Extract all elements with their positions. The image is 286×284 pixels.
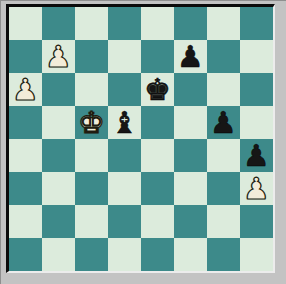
square-a1[interactable] — [9, 238, 42, 271]
square-b2[interactable] — [42, 205, 75, 238]
square-c8[interactable] — [75, 7, 108, 40]
chess-board: ♟♟♟♚♚♝♟♟♟ — [9, 7, 273, 271]
square-e7[interactable] — [141, 40, 174, 73]
square-g3[interactable] — [207, 172, 240, 205]
square-d2[interactable] — [108, 205, 141, 238]
square-g2[interactable] — [207, 205, 240, 238]
square-c1[interactable] — [75, 238, 108, 271]
square-c5[interactable]: ♚ — [75, 106, 108, 139]
square-g8[interactable] — [207, 7, 240, 40]
square-d5[interactable]: ♝ — [108, 106, 141, 139]
square-b3[interactable] — [42, 172, 75, 205]
square-f5[interactable] — [174, 106, 207, 139]
square-e2[interactable] — [141, 205, 174, 238]
square-c2[interactable] — [75, 205, 108, 238]
square-e1[interactable] — [141, 238, 174, 271]
white-pawn[interactable]: ♟ — [42, 40, 75, 73]
square-b1[interactable] — [42, 238, 75, 271]
square-a5[interactable] — [9, 106, 42, 139]
square-b5[interactable] — [42, 106, 75, 139]
square-h3[interactable]: ♟ — [240, 172, 273, 205]
square-a4[interactable] — [9, 139, 42, 172]
square-e6[interactable]: ♚ — [141, 73, 174, 106]
square-a2[interactable] — [9, 205, 42, 238]
white-pawn[interactable]: ♟ — [9, 73, 42, 106]
square-a7[interactable] — [9, 40, 42, 73]
square-h6[interactable] — [240, 73, 273, 106]
square-f3[interactable] — [174, 172, 207, 205]
square-d7[interactable] — [108, 40, 141, 73]
square-f6[interactable] — [174, 73, 207, 106]
black-pawn[interactable]: ♟ — [174, 40, 207, 73]
square-b6[interactable] — [42, 73, 75, 106]
square-d1[interactable] — [108, 238, 141, 271]
square-a8[interactable] — [9, 7, 42, 40]
square-g4[interactable] — [207, 139, 240, 172]
square-g7[interactable] — [207, 40, 240, 73]
square-g5[interactable]: ♟ — [207, 106, 240, 139]
black-pawn[interactable]: ♟ — [207, 106, 240, 139]
square-b8[interactable] — [42, 7, 75, 40]
square-h5[interactable] — [240, 106, 273, 139]
square-c6[interactable] — [75, 73, 108, 106]
square-b7[interactable]: ♟ — [42, 40, 75, 73]
black-pawn[interactable]: ♟ — [240, 139, 273, 172]
square-c4[interactable] — [75, 139, 108, 172]
square-f1[interactable] — [174, 238, 207, 271]
square-e8[interactable] — [141, 7, 174, 40]
square-g6[interactable] — [207, 73, 240, 106]
square-h7[interactable] — [240, 40, 273, 73]
white-pawn[interactable]: ♟ — [240, 172, 273, 205]
black-king[interactable]: ♚ — [141, 73, 174, 106]
black-bishop[interactable]: ♝ — [108, 106, 141, 139]
square-h4[interactable]: ♟ — [240, 139, 273, 172]
square-e5[interactable] — [141, 106, 174, 139]
square-h2[interactable] — [240, 205, 273, 238]
square-f4[interactable] — [174, 139, 207, 172]
square-f7[interactable]: ♟ — [174, 40, 207, 73]
square-d4[interactable] — [108, 139, 141, 172]
square-e4[interactable] — [141, 139, 174, 172]
chess-diagram-window: { "game": "chess", "position": { "fen": … — [0, 0, 286, 284]
square-a3[interactable] — [9, 172, 42, 205]
square-f8[interactable] — [174, 7, 207, 40]
square-a6[interactable]: ♟ — [9, 73, 42, 106]
square-c7[interactable] — [75, 40, 108, 73]
square-f2[interactable] — [174, 205, 207, 238]
square-g1[interactable] — [207, 238, 240, 271]
square-d8[interactable] — [108, 7, 141, 40]
white-king[interactable]: ♚ — [75, 106, 108, 139]
square-b4[interactable] — [42, 139, 75, 172]
square-e3[interactable] — [141, 172, 174, 205]
square-h8[interactable] — [240, 7, 273, 40]
square-d3[interactable] — [108, 172, 141, 205]
square-d6[interactable] — [108, 73, 141, 106]
square-h1[interactable] — [240, 238, 273, 271]
square-c3[interactable] — [75, 172, 108, 205]
board-frame: ♟♟♟♚♚♝♟♟♟ — [6, 4, 275, 273]
